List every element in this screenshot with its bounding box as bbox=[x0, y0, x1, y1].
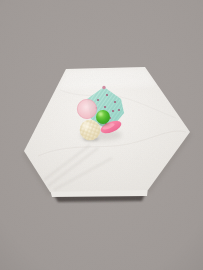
photo-stage bbox=[0, 0, 203, 270]
photo-vignette bbox=[0, 0, 203, 270]
scene-svg bbox=[0, 0, 203, 270]
